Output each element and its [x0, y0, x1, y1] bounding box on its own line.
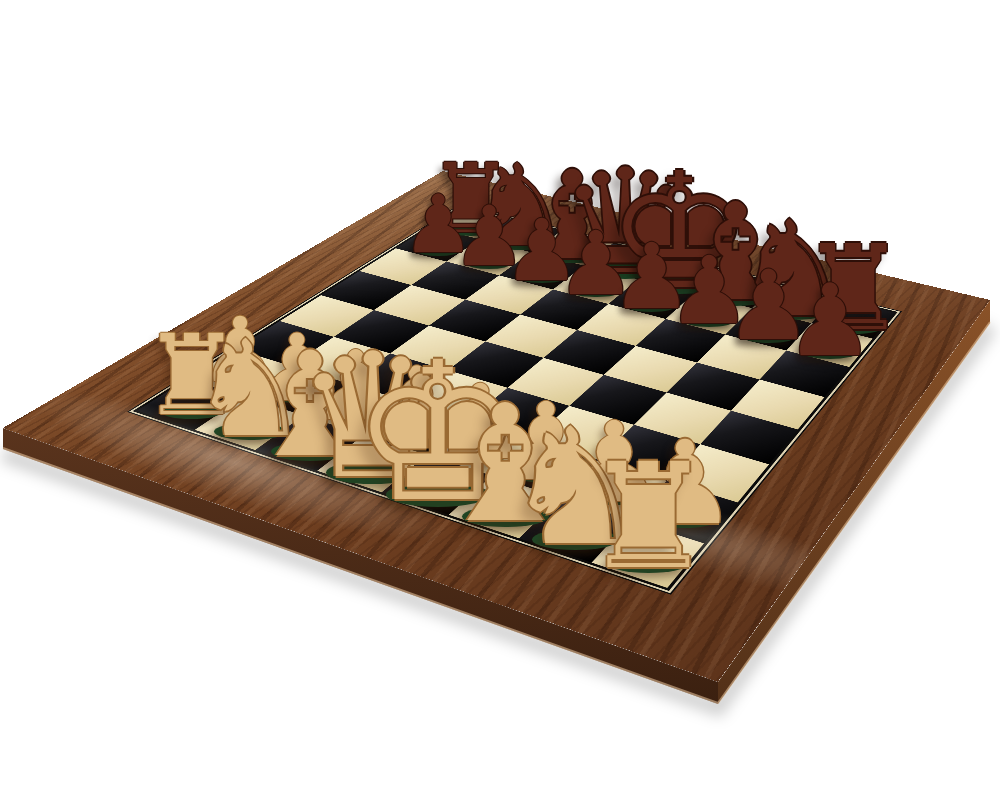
pieces-layer: ♜♞♝♛♚♝♞♜♟♟♟♟♟♟♟♟♟♟♟♟♟♟♟♟♜♞♝♛♚♝♞♜ [0, 0, 1000, 800]
black-pawn-glyph: ♟ [785, 271, 874, 371]
chessboard-product-photo: ♜♞♝♛♚♝♞♜♟♟♟♟♟♟♟♟♟♟♟♟♟♟♟♟♜♞♝♛♚♝♞♜ [0, 0, 1000, 800]
white-rook-glyph: ♜ [583, 444, 713, 590]
